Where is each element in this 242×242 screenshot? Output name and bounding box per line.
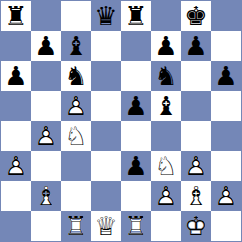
square-b1[interactable] [31,211,61,241]
square-f5[interactable]: ♝︎ [151,91,181,121]
square-g2[interactable]: ♝︎♗︎ [181,181,211,211]
square-a8[interactable]: ♜︎ [1,1,31,31]
square-h4[interactable] [211,121,241,151]
square-a6[interactable]: ♟︎ [1,61,31,91]
piece-black-pawn: ♟︎ [34,31,57,61]
piece-black-pawn: ♟︎ [124,91,147,121]
piece-black-knight: ♞︎ [64,61,87,91]
square-b5[interactable] [31,91,61,121]
piece-white-queen: ♛︎♕︎ [94,211,117,241]
square-b6[interactable] [31,61,61,91]
piece-black-rook: ♜︎ [4,1,27,31]
square-g3[interactable]: ♟︎♙︎ [181,151,211,181]
piece-white-pawn: ♟︎♙︎ [64,91,87,121]
square-b4[interactable]: ♟︎♙︎ [31,121,61,151]
piece-white-pawn: ♟︎♙︎ [154,181,177,211]
chess-board: ♜︎♛︎♜︎♚︎♟︎♝︎♟︎♟︎♟︎♞︎♞︎♟︎♟︎♙︎♟︎♝︎♟︎♙︎♞︎♘︎… [0,0,242,242]
piece-white-bishop: ♝︎♗︎ [34,181,57,211]
piece-black-king: ♚︎ [184,1,207,31]
square-e6[interactable] [121,61,151,91]
square-b2[interactable]: ♝︎♗︎ [31,181,61,211]
piece-outline: ♙︎ [4,151,27,181]
piece-outline: ♙︎ [154,181,177,211]
square-a7[interactable] [1,31,31,61]
piece-white-king: ♚︎♔︎ [184,211,207,241]
square-a5[interactable] [1,91,31,121]
square-g7[interactable]: ♟︎ [181,31,211,61]
piece-black-rook: ♜︎ [124,1,147,31]
square-d2[interactable] [91,181,121,211]
piece-white-pawn: ♟︎♙︎ [184,151,207,181]
piece-outline: ♙︎ [214,181,237,211]
piece-white-pawn: ♟︎♙︎ [4,151,27,181]
square-f4[interactable] [151,121,181,151]
piece-white-knight: ♞︎♘︎ [154,151,177,181]
square-a1[interactable] [1,211,31,241]
square-d3[interactable] [91,151,121,181]
piece-white-pawn: ♟︎♙︎ [34,121,57,151]
square-d1[interactable]: ♛︎♕︎ [91,211,121,241]
piece-outline: ♙︎ [184,151,207,181]
piece-black-pawn: ♟︎ [184,31,207,61]
piece-black-bishop: ♝︎ [154,91,177,121]
square-c8[interactable] [61,1,91,31]
square-d4[interactable] [91,121,121,151]
square-f8[interactable] [151,1,181,31]
square-g4[interactable] [181,121,211,151]
square-c6[interactable]: ♞︎ [61,61,91,91]
square-e4[interactable] [121,121,151,151]
square-f3[interactable]: ♞︎♘︎ [151,151,181,181]
piece-black-queen: ♛︎ [94,1,117,31]
square-d7[interactable] [91,31,121,61]
square-b8[interactable] [31,1,61,31]
square-d5[interactable] [91,91,121,121]
square-h7[interactable] [211,31,241,61]
piece-outline: ♔︎ [184,211,207,241]
square-c5[interactable]: ♟︎♙︎ [61,91,91,121]
square-a2[interactable] [1,181,31,211]
square-e5[interactable]: ♟︎ [121,91,151,121]
piece-outline: ♖︎ [64,211,87,241]
square-c2[interactable] [61,181,91,211]
square-g6[interactable] [181,61,211,91]
square-d8[interactable]: ♛︎ [91,1,121,31]
square-a3[interactable]: ♟︎♙︎ [1,151,31,181]
piece-white-knight: ♞︎♘︎ [64,121,87,151]
square-g8[interactable]: ♚︎ [181,1,211,31]
square-a4[interactable] [1,121,31,151]
square-h2[interactable]: ♟︎♙︎ [211,181,241,211]
piece-black-pawn: ♟︎ [154,31,177,61]
piece-outline: ♘︎ [64,121,87,151]
piece-outline: ♕︎ [94,211,117,241]
square-f2[interactable]: ♟︎♙︎ [151,181,181,211]
square-g5[interactable] [181,91,211,121]
piece-black-pawn: ♟︎ [4,61,27,91]
square-f1[interactable] [151,211,181,241]
piece-outline: ♘︎ [154,151,177,181]
square-b7[interactable]: ♟︎ [31,31,61,61]
square-c7[interactable]: ♝︎ [61,31,91,61]
square-b3[interactable] [31,151,61,181]
square-e2[interactable] [121,181,151,211]
piece-black-pawn: ♟︎ [124,151,147,181]
square-h5[interactable] [211,91,241,121]
square-e8[interactable]: ♜︎ [121,1,151,31]
square-h1[interactable] [211,211,241,241]
square-c4[interactable]: ♞︎♘︎ [61,121,91,151]
square-d6[interactable] [91,61,121,91]
square-e1[interactable]: ♜︎♖︎ [121,211,151,241]
square-e7[interactable] [121,31,151,61]
piece-outline: ♗︎ [34,181,57,211]
piece-outline: ♖︎ [124,211,147,241]
piece-white-pawn: ♟︎♙︎ [214,181,237,211]
piece-black-pawn: ♟︎ [214,61,237,91]
piece-outline: ♙︎ [34,121,57,151]
piece-black-bishop: ♝︎ [64,31,87,61]
piece-white-rook: ♜︎♖︎ [124,211,147,241]
piece-white-rook: ♜︎♖︎ [64,211,87,241]
piece-outline: ♗︎ [184,181,207,211]
piece-black-knight: ♞︎ [154,61,177,91]
square-c1[interactable]: ♜︎♖︎ [61,211,91,241]
piece-white-bishop: ♝︎♗︎ [184,181,207,211]
square-e3[interactable]: ♟︎ [121,151,151,181]
square-f6[interactable]: ♞︎ [151,61,181,91]
square-c3[interactable] [61,151,91,181]
square-h6[interactable]: ♟︎ [211,61,241,91]
square-f7[interactable]: ♟︎ [151,31,181,61]
square-g1[interactable]: ♚︎♔︎ [181,211,211,241]
square-h3[interactable] [211,151,241,181]
square-h8[interactable] [211,1,241,31]
piece-outline: ♙︎ [64,91,87,121]
